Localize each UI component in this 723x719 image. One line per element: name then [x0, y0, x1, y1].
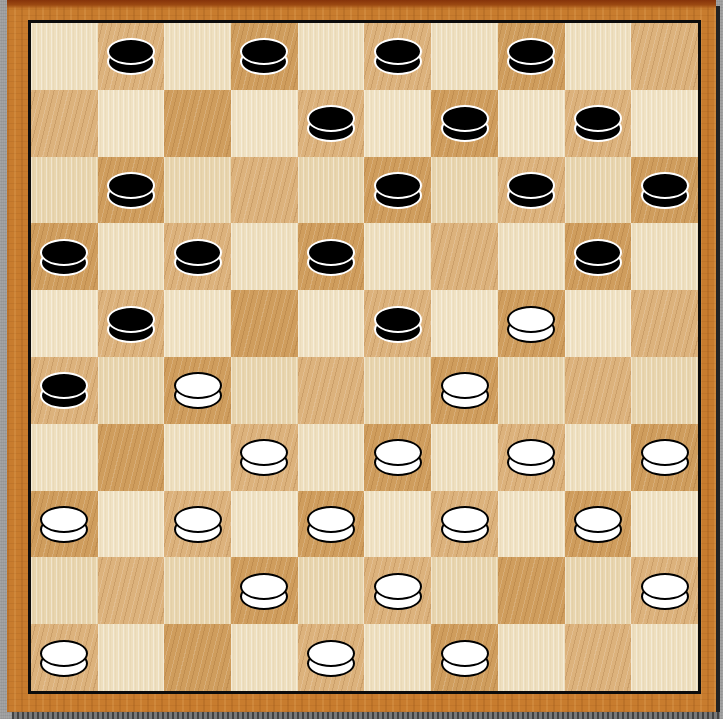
- board-grid: [31, 23, 698, 691]
- piece-disc-top: [174, 239, 222, 266]
- square-41[interactable]: [98, 557, 165, 624]
- light-square: [31, 23, 98, 90]
- square-30[interactable]: [565, 357, 632, 424]
- piece-disc-top: [107, 306, 155, 333]
- piece-disc-top: [307, 506, 355, 533]
- light-square: [98, 357, 165, 424]
- piece-disc-top: [307, 239, 355, 266]
- piece-disc-top: [507, 172, 555, 199]
- square-19[interactable]: [431, 223, 498, 290]
- white-piece[interactable]: [240, 439, 288, 476]
- light-square: [164, 157, 231, 224]
- light-square: [364, 491, 431, 558]
- piece-disc-top: [374, 306, 422, 333]
- piece-disc-top: [441, 640, 489, 667]
- piece-disc-top: [641, 573, 689, 600]
- square-17[interactable]: [164, 223, 231, 290]
- light-square: [431, 157, 498, 224]
- white-piece[interactable]: [507, 306, 555, 343]
- white-piece[interactable]: [40, 506, 88, 543]
- black-piece[interactable]: [641, 172, 689, 209]
- square-3[interactable]: [364, 23, 431, 90]
- light-square: [631, 223, 698, 290]
- square-39[interactable]: [431, 491, 498, 558]
- square-4[interactable]: [498, 23, 565, 90]
- light-square: [498, 357, 565, 424]
- white-piece[interactable]: [40, 640, 88, 677]
- light-square: [98, 491, 165, 558]
- light-square: [498, 223, 565, 290]
- light-square: [565, 424, 632, 491]
- piece-disc-top: [574, 506, 622, 533]
- black-piece[interactable]: [40, 239, 88, 276]
- square-14[interactable]: [498, 157, 565, 224]
- piece-disc-top: [40, 239, 88, 266]
- square-11[interactable]: [98, 157, 165, 224]
- black-piece[interactable]: [107, 38, 155, 75]
- light-square: [164, 557, 231, 624]
- light-square: [231, 223, 298, 290]
- white-piece[interactable]: [240, 573, 288, 610]
- white-piece[interactable]: [641, 573, 689, 610]
- black-piece[interactable]: [174, 239, 222, 276]
- light-square: [98, 90, 165, 157]
- piece-disc-top: [174, 506, 222, 533]
- square-7[interactable]: [164, 90, 231, 157]
- square-22[interactable]: [231, 290, 298, 357]
- piece-disc-top: [307, 640, 355, 667]
- piece-disc-top: [641, 172, 689, 199]
- piece-disc-top: [507, 306, 555, 333]
- black-piece[interactable]: [307, 239, 355, 276]
- square-40[interactable]: [565, 491, 632, 558]
- piece-disc-top: [374, 439, 422, 466]
- square-27[interactable]: [164, 357, 231, 424]
- square-18[interactable]: [298, 223, 365, 290]
- square-20[interactable]: [565, 223, 632, 290]
- piece-disc-top: [441, 105, 489, 132]
- white-piece[interactable]: [641, 439, 689, 476]
- light-square: [364, 624, 431, 691]
- light-square: [231, 491, 298, 558]
- light-square: [565, 290, 632, 357]
- square-29[interactable]: [431, 357, 498, 424]
- light-square: [98, 624, 165, 691]
- white-piece[interactable]: [441, 506, 489, 543]
- light-square: [498, 90, 565, 157]
- square-46[interactable]: [31, 624, 98, 691]
- checkers-app-window: { "game": "international draughts (10x10…: [0, 0, 723, 719]
- piece-disc-top: [240, 573, 288, 600]
- white-piece[interactable]: [174, 372, 222, 409]
- piece-disc-top: [40, 640, 88, 667]
- light-square: [164, 424, 231, 491]
- board-frame: [7, 0, 716, 712]
- light-square: [364, 223, 431, 290]
- black-piece[interactable]: [374, 172, 422, 209]
- square-48[interactable]: [298, 624, 365, 691]
- piece-disc-top: [107, 172, 155, 199]
- square-5[interactable]: [631, 23, 698, 90]
- light-square: [565, 557, 632, 624]
- light-square: [631, 90, 698, 157]
- square-31[interactable]: [98, 424, 165, 491]
- square-37[interactable]: [164, 491, 231, 558]
- light-square: [298, 23, 365, 90]
- piece-disc-top: [374, 172, 422, 199]
- light-square: [431, 557, 498, 624]
- light-square: [31, 424, 98, 491]
- light-square: [231, 90, 298, 157]
- white-piece[interactable]: [307, 640, 355, 677]
- square-42[interactable]: [231, 557, 298, 624]
- black-piece[interactable]: [507, 38, 555, 75]
- piece-disc-top: [374, 573, 422, 600]
- square-26[interactable]: [31, 357, 98, 424]
- white-piece[interactable]: [374, 439, 422, 476]
- square-43[interactable]: [364, 557, 431, 624]
- square-38[interactable]: [298, 491, 365, 558]
- light-square: [431, 424, 498, 491]
- square-1[interactable]: [98, 23, 165, 90]
- black-piece[interactable]: [107, 306, 155, 343]
- square-9[interactable]: [431, 90, 498, 157]
- light-square: [31, 290, 98, 357]
- light-square: [31, 157, 98, 224]
- square-12[interactable]: [231, 157, 298, 224]
- white-piece[interactable]: [507, 439, 555, 476]
- square-8[interactable]: [298, 90, 365, 157]
- square-44[interactable]: [498, 557, 565, 624]
- board: [28, 20, 701, 694]
- light-square: [364, 90, 431, 157]
- light-square: [431, 290, 498, 357]
- black-piece[interactable]: [307, 105, 355, 142]
- square-49[interactable]: [431, 624, 498, 691]
- black-piece[interactable]: [507, 172, 555, 209]
- square-35[interactable]: [631, 424, 698, 491]
- black-piece[interactable]: [374, 38, 422, 75]
- black-piece[interactable]: [374, 306, 422, 343]
- light-square: [231, 624, 298, 691]
- white-piece[interactable]: [441, 640, 489, 677]
- piece-disc-top: [40, 506, 88, 533]
- light-square: [164, 23, 231, 90]
- square-45[interactable]: [631, 557, 698, 624]
- light-square: [631, 357, 698, 424]
- black-piece[interactable]: [40, 372, 88, 409]
- light-square: [364, 357, 431, 424]
- piece-disc-top: [441, 506, 489, 533]
- light-square: [231, 357, 298, 424]
- light-square: [498, 624, 565, 691]
- light-square: [431, 23, 498, 90]
- square-47[interactable]: [164, 624, 231, 691]
- white-piece[interactable]: [441, 372, 489, 409]
- light-square: [631, 491, 698, 558]
- square-34[interactable]: [498, 424, 565, 491]
- board-shadow-bottom: [12, 712, 720, 719]
- light-square: [298, 290, 365, 357]
- square-24[interactable]: [498, 290, 565, 357]
- light-square: [298, 157, 365, 224]
- square-2[interactable]: [231, 23, 298, 90]
- square-36[interactable]: [31, 491, 98, 558]
- square-15[interactable]: [631, 157, 698, 224]
- light-square: [565, 23, 632, 90]
- black-piece[interactable]: [574, 105, 622, 142]
- square-23[interactable]: [364, 290, 431, 357]
- piece-disc-top: [574, 239, 622, 266]
- square-32[interactable]: [231, 424, 298, 491]
- black-piece[interactable]: [240, 38, 288, 75]
- piece-disc-top: [574, 105, 622, 132]
- light-square: [31, 557, 98, 624]
- board-shadow-right: [716, 6, 720, 712]
- light-square: [498, 491, 565, 558]
- light-square: [98, 223, 165, 290]
- square-50[interactable]: [565, 624, 632, 691]
- light-square: [298, 424, 365, 491]
- white-piece[interactable]: [374, 573, 422, 610]
- piece-disc-top: [441, 372, 489, 399]
- square-28[interactable]: [298, 357, 365, 424]
- piece-disc-top: [641, 439, 689, 466]
- light-square: [631, 624, 698, 691]
- white-piece[interactable]: [174, 506, 222, 543]
- square-13[interactable]: [364, 157, 431, 224]
- light-square: [298, 557, 365, 624]
- light-square: [164, 290, 231, 357]
- square-25[interactable]: [631, 290, 698, 357]
- black-piece[interactable]: [107, 172, 155, 209]
- square-33[interactable]: [364, 424, 431, 491]
- black-piece[interactable]: [574, 239, 622, 276]
- square-6[interactable]: [31, 90, 98, 157]
- white-piece[interactable]: [574, 506, 622, 543]
- square-21[interactable]: [98, 290, 165, 357]
- square-16[interactable]: [31, 223, 98, 290]
- white-piece[interactable]: [307, 506, 355, 543]
- light-square: [565, 157, 632, 224]
- black-piece[interactable]: [441, 105, 489, 142]
- square-10[interactable]: [565, 90, 632, 157]
